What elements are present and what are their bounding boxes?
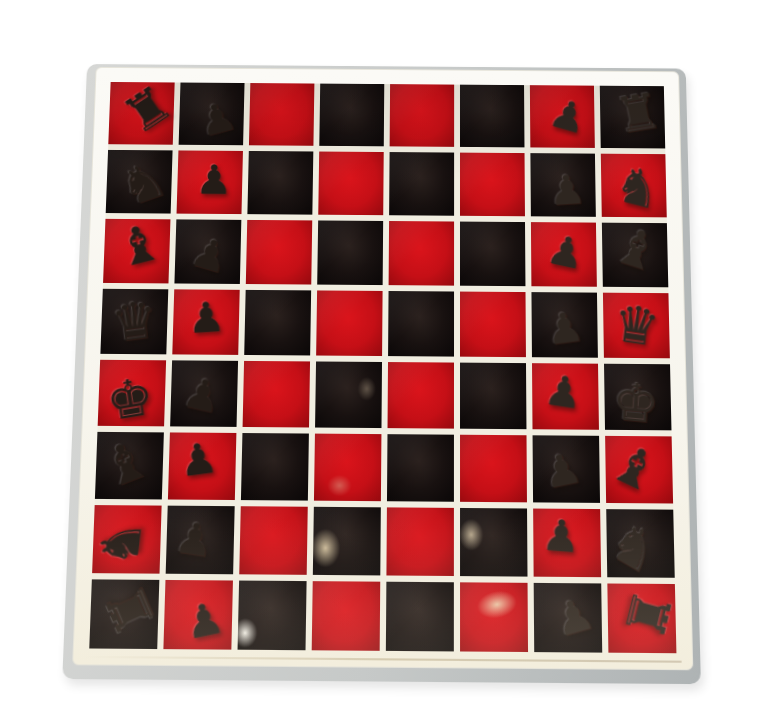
square-r3c4[interactable] (317, 220, 383, 285)
board-box-edge: ♜♟♟♜♞♟♟♞♝♟♟♝♛♟♟♛♚♟♟♚♝♟♟♝♞♟♟♞♜♟♟♜ (62, 64, 701, 684)
square-r5c3[interactable] (243, 361, 310, 428)
square-r5c1[interactable]: ♚ (98, 360, 166, 427)
square-r1c3[interactable] (249, 83, 314, 146)
piece-right-pawn[interactable]: ♟ (528, 78, 607, 155)
square-r7c4[interactable] (313, 507, 381, 576)
square-r3c8[interactable]: ♝ (602, 223, 668, 288)
square-r5c6[interactable] (460, 363, 526, 430)
square-r8c7[interactable]: ♟ (534, 583, 603, 653)
square-r4c5[interactable] (388, 291, 454, 357)
piece-left-bishop[interactable]: ♝ (100, 206, 178, 284)
square-r6c1[interactable]: ♝ (95, 432, 164, 500)
piece-left-pawn[interactable]: ♟ (162, 356, 242, 435)
square-r3c5[interactable] (389, 221, 454, 286)
square-r3c3[interactable] (246, 220, 312, 285)
piece-left-pawn[interactable]: ♟ (181, 149, 247, 213)
square-r4c3[interactable] (244, 290, 311, 356)
square-r4c8[interactable]: ♛ (603, 293, 670, 359)
piece-left-pawn[interactable]: ♟ (155, 501, 232, 578)
board-frame: ♜♟♟♜♞♟♟♞♝♟♟♝♛♟♟♛♚♟♟♚♝♟♟♝♞♟♟♞♜♟♟♜ (72, 67, 693, 670)
square-r6c6[interactable] (460, 435, 527, 503)
square-r3c1[interactable]: ♝ (103, 219, 170, 284)
piece-right-knight[interactable]: ♞ (599, 149, 677, 226)
square-r6c7[interactable]: ♟ (533, 435, 600, 503)
piece-right-bishop[interactable]: ♝ (596, 209, 677, 290)
piece-left-king[interactable]: ♚ (92, 361, 167, 437)
piece-left-bishop[interactable]: ♝ (83, 420, 169, 507)
square-r1c1[interactable]: ♜ (108, 82, 174, 145)
piece-left-pawn[interactable]: ♟ (169, 216, 251, 296)
square-r2c4[interactable] (318, 152, 383, 216)
square-r6c5[interactable] (387, 434, 454, 502)
photo-scene: ♜♟♟♜♞♟♟♞♝♟♟♝♛♟♟♛♚♟♟♚♝♟♟♝♞♟♟♞♜♟♟♜ (0, 0, 768, 728)
board-perspective-wrapper: ♜♟♟♜♞♟♟♞♝♟♟♝♛♟♟♛♚♟♟♚♝♟♟♝♞♟♟♞♜♟♟♜ (62, 64, 701, 684)
square-r2c5[interactable] (389, 152, 454, 216)
square-r3c2[interactable]: ♟ (174, 219, 241, 284)
piece-right-queen[interactable]: ♛ (600, 289, 673, 363)
board-grid: ♜♟♟♜♞♟♟♞♝♟♟♝♛♟♟♛♚♟♟♚♝♟♟♝♞♟♟♞♜♟♟♜ (89, 82, 676, 653)
square-r8c4[interactable] (312, 581, 381, 651)
square-r7c3[interactable] (239, 506, 308, 575)
piece-left-pawn[interactable]: ♟ (172, 284, 240, 353)
square-r8c1[interactable]: ♜ (89, 579, 159, 649)
square-r4c7[interactable]: ♟ (531, 292, 597, 358)
square-r1c6[interactable] (460, 85, 525, 148)
square-r7c5[interactable] (386, 507, 454, 576)
square-r7c1[interactable]: ♞ (92, 505, 162, 574)
piece-right-pawn[interactable]: ♟ (527, 292, 602, 365)
square-r1c4[interactable] (319, 84, 384, 147)
square-r5c7[interactable]: ♟ (532, 363, 599, 430)
piece-right-bishop[interactable]: ♝ (591, 423, 679, 512)
square-r1c2[interactable]: ♟ (179, 83, 245, 146)
piece-right-pawn[interactable]: ♟ (525, 500, 596, 573)
piece-right-pawn[interactable]: ♟ (522, 432, 602, 511)
piece-right-pawn[interactable]: ♟ (527, 214, 604, 290)
square-r8c6[interactable] (460, 582, 528, 652)
square-r4c4[interactable] (316, 290, 382, 356)
piece-right-rook[interactable]: ♜ (607, 572, 689, 657)
square-r2c1[interactable]: ♞ (106, 150, 173, 214)
square-r2c7[interactable]: ♟ (530, 153, 595, 217)
square-r5c4[interactable] (315, 361, 382, 428)
piece-right-rook[interactable]: ♜ (601, 78, 676, 150)
square-r5c5[interactable] (388, 362, 454, 429)
square-r7c7[interactable]: ♟ (533, 509, 601, 578)
square-r1c8[interactable]: ♜ (600, 86, 665, 149)
square-r8c5[interactable] (386, 582, 454, 652)
piece-left-pawn[interactable]: ♟ (165, 580, 244, 662)
square-r1c7[interactable]: ♟ (530, 85, 595, 148)
piece-left-knight[interactable]: ♞ (83, 506, 158, 580)
square-r4c2[interactable]: ♟ (172, 289, 239, 355)
square-r8c3[interactable] (238, 581, 307, 651)
piece-right-pawn[interactable]: ♟ (526, 355, 600, 430)
square-r7c6[interactable] (460, 508, 527, 577)
square-r2c8[interactable]: ♞ (601, 154, 667, 218)
square-r4c1[interactable]: ♛ (100, 289, 168, 355)
piece-right-pawn[interactable]: ♟ (532, 575, 616, 660)
piece-right-knight[interactable]: ♞ (589, 501, 680, 594)
piece-left-rook[interactable]: ♜ (86, 564, 175, 656)
square-r6c3[interactable] (241, 433, 309, 501)
piece-left-pawn[interactable]: ♟ (162, 423, 236, 498)
square-r7c2[interactable]: ♟ (166, 506, 235, 575)
square-r6c2[interactable]: ♟ (168, 432, 236, 500)
square-r4c6[interactable] (460, 292, 526, 358)
square-r2c3[interactable] (247, 151, 313, 215)
piece-left-queen[interactable]: ♛ (98, 285, 170, 358)
square-r7c8[interactable]: ♞ (606, 509, 675, 578)
square-r8c8[interactable]: ♜ (607, 583, 676, 653)
square-r3c7[interactable]: ♟ (531, 222, 597, 287)
piece-right-king[interactable]: ♚ (600, 367, 671, 439)
square-r2c2[interactable]: ♟ (177, 150, 243, 214)
square-r5c2[interactable]: ♟ (170, 360, 238, 427)
square-r1c5[interactable] (390, 84, 455, 147)
square-r8c2[interactable]: ♟ (163, 580, 233, 650)
square-r5c8[interactable]: ♚ (604, 364, 671, 431)
square-r2c6[interactable] (460, 153, 525, 217)
square-r6c4[interactable] (314, 434, 381, 502)
piece-left-pawn[interactable]: ♟ (178, 81, 256, 158)
square-r6c8[interactable]: ♝ (605, 436, 673, 504)
square-r3c6[interactable] (460, 222, 525, 287)
